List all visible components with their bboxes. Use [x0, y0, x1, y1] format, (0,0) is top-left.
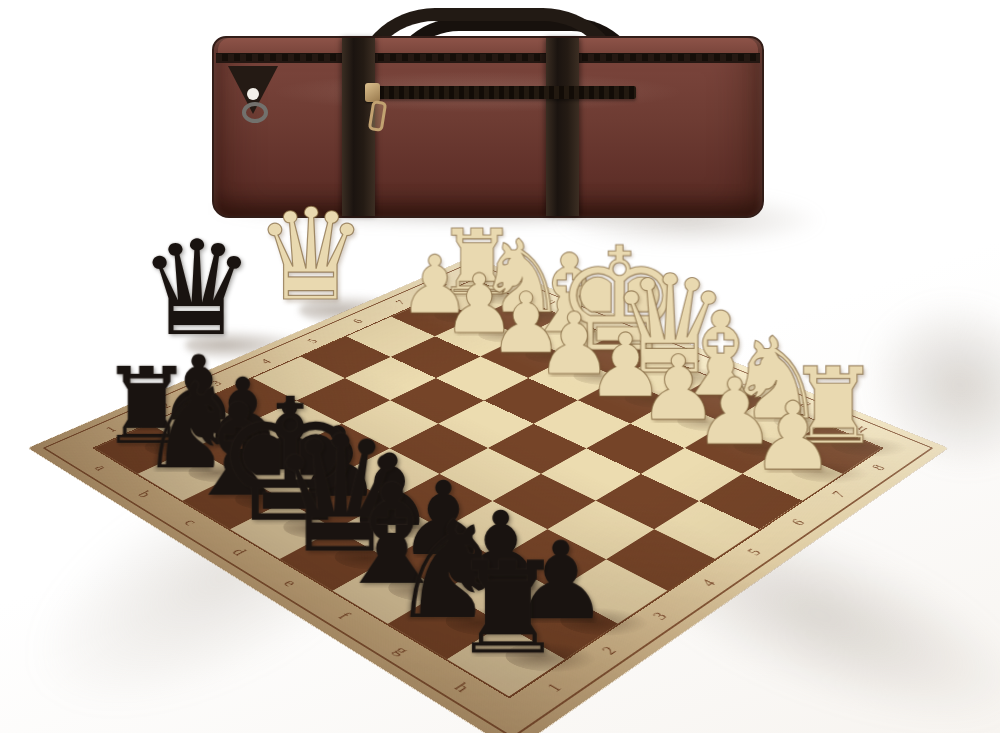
- board-squares: ♜♞♝♚♛♝♞♜♟♟♟♟♟♟♟♟♟♟♟♟♟♟♟♟♜♞♝♚♛♝♞♜: [92, 279, 884, 698]
- piece-black-rook-h1: ♜: [388, 545, 628, 672]
- board-scene: abcdefgh abcdefgh 87654321 87654321 ♜♞♝♚…: [0, 0, 1000, 733]
- chessboard: abcdefgh abcdefgh 87654321 87654321 ♜♞♝♚…: [28, 257, 947, 733]
- piece-ivory-pawn-h7: ♟: [690, 390, 895, 484]
- product-photo: { "game": "chess", "scene": "Club tourna…: [0, 0, 1000, 733]
